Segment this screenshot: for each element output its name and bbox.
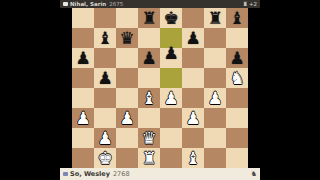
square-h2[interactable] <box>226 128 248 148</box>
piece-bB-h8: ♝ <box>226 8 248 28</box>
square-e5[interactable] <box>160 68 182 88</box>
square-a6[interactable]: ♟ <box>72 48 94 68</box>
piece-bK-e8: ♚ <box>160 8 182 28</box>
square-b1[interactable]: ♚ <box>94 148 116 168</box>
square-c4[interactable] <box>116 88 138 108</box>
piece-bQ-c7: ♛ <box>116 28 138 48</box>
square-a1[interactable] <box>72 148 94 168</box>
square-a8[interactable] <box>72 8 94 28</box>
piece-bP-b5: ♟ <box>94 68 116 88</box>
square-g2[interactable] <box>204 128 226 148</box>
square-f6[interactable] <box>182 48 204 68</box>
square-c3[interactable]: ♟ <box>116 108 138 128</box>
piece-bB-b7: ♝ <box>94 28 116 48</box>
square-a5[interactable] <box>72 68 94 88</box>
square-b5[interactable]: ♟ <box>94 68 116 88</box>
chess-board[interactable]: ♜♚♜♝♝♛♟♟♟♟♟♟♞♝♟♟♟♟♟♟♛♚♜♝ <box>72 8 248 168</box>
square-g6[interactable] <box>204 48 226 68</box>
square-g5[interactable] <box>204 68 226 88</box>
square-c5[interactable] <box>116 68 138 88</box>
letterbox-left <box>0 0 60 180</box>
square-e6[interactable]: ♟ <box>160 48 182 68</box>
square-h5[interactable]: ♞ <box>226 68 248 88</box>
square-h7[interactable] <box>226 28 248 48</box>
square-f7[interactable]: ♟ <box>182 28 204 48</box>
square-g4[interactable]: ♟ <box>204 88 226 108</box>
piece-wR-d1: ♜ <box>138 148 160 168</box>
square-b6[interactable] <box>94 48 116 68</box>
square-h6[interactable]: ♟ <box>226 48 248 68</box>
square-d5[interactable] <box>138 68 160 88</box>
square-e4[interactable]: ♟ <box>160 88 182 108</box>
video-content: Nihal, Sarin 2675 ♜ +2 ♜♚♜♝♝♛♟♟♟♟♟♟♞♝♟♟♟… <box>60 0 260 180</box>
player-bar-white: So, Wesley 2768 ♞ <box>60 168 260 180</box>
square-d4[interactable]: ♝ <box>138 88 160 108</box>
square-g1[interactable] <box>204 148 226 168</box>
square-h3[interactable] <box>226 108 248 128</box>
square-g7[interactable] <box>204 28 226 48</box>
square-c1[interactable] <box>116 148 138 168</box>
square-d8[interactable]: ♜ <box>138 8 160 28</box>
piece-wN-h5: ♞ <box>226 68 248 88</box>
piece-bP-a6: ♟ <box>72 48 94 68</box>
square-g8[interactable]: ♜ <box>204 8 226 28</box>
captured-rook-icon: ♜ <box>243 0 248 8</box>
square-d7[interactable] <box>138 28 160 48</box>
square-a3[interactable]: ♟ <box>72 108 94 128</box>
piece-wP-c3: ♟ <box>116 108 138 128</box>
square-e8[interactable]: ♚ <box>160 8 182 28</box>
piece-bP-d6: ♟ <box>138 48 160 68</box>
square-c7[interactable]: ♛ <box>116 28 138 48</box>
piece-wQ-d2: ♛ <box>138 128 160 148</box>
square-d3[interactable] <box>138 108 160 128</box>
player-name-black: Nihal, Sarin <box>70 0 106 8</box>
square-f2[interactable] <box>182 128 204 148</box>
square-b3[interactable] <box>94 108 116 128</box>
piece-wP-f3: ♟ <box>182 108 204 128</box>
captured-knight-icon: ♞ <box>251 168 257 180</box>
flag-icon <box>63 172 68 176</box>
square-b2[interactable]: ♟ <box>94 128 116 148</box>
player-bar-black: Nihal, Sarin 2675 ♜ +2 <box>60 0 260 8</box>
flag-icon <box>63 2 68 6</box>
square-e1[interactable] <box>160 148 182 168</box>
player-name-white: So, Wesley <box>70 168 110 180</box>
piece-wP-a3: ♟ <box>72 108 94 128</box>
square-c6[interactable] <box>116 48 138 68</box>
letterbox-right <box>260 0 320 180</box>
square-h1[interactable] <box>226 148 248 168</box>
square-a4[interactable] <box>72 88 94 108</box>
square-d1[interactable]: ♜ <box>138 148 160 168</box>
square-a2[interactable] <box>72 128 94 148</box>
square-d2[interactable]: ♛ <box>138 128 160 148</box>
square-f5[interactable] <box>182 68 204 88</box>
piece-bP-h6: ♟ <box>226 48 248 68</box>
square-c2[interactable] <box>116 128 138 148</box>
square-b8[interactable] <box>94 8 116 28</box>
square-e7[interactable] <box>160 28 182 48</box>
square-b7[interactable]: ♝ <box>94 28 116 48</box>
square-f8[interactable] <box>182 8 204 28</box>
square-f1[interactable]: ♝ <box>182 148 204 168</box>
piece-bP-f7: ♟ <box>182 28 204 48</box>
player-rating-white: 2768 <box>113 168 130 180</box>
broadcast-frame: Nihal, Sarin 2675 ♜ +2 ♜♚♜♝♝♛♟♟♟♟♟♟♞♝♟♟♟… <box>0 0 320 180</box>
piece-wB-f1: ♝ <box>182 148 204 168</box>
square-e2[interactable] <box>160 128 182 148</box>
square-h4[interactable] <box>226 88 248 108</box>
square-g3[interactable] <box>204 108 226 128</box>
piece-wP-g4: ♟ <box>204 88 226 108</box>
piece-wK-b1: ♚ <box>94 148 116 168</box>
square-e3[interactable] <box>160 108 182 128</box>
piece-bR-g8: ♜ <box>204 8 226 28</box>
square-h8[interactable]: ♝ <box>226 8 248 28</box>
player-rating-black: 2675 <box>109 0 123 8</box>
square-c8[interactable] <box>116 8 138 28</box>
square-d6[interactable]: ♟ <box>138 48 160 68</box>
square-f3[interactable]: ♟ <box>182 108 204 128</box>
piece-wB-d4: ♝ <box>138 88 160 108</box>
square-a7[interactable] <box>72 28 94 48</box>
material-score: +2 <box>249 0 257 8</box>
piece-bR-d8: ♜ <box>138 8 160 28</box>
square-b4[interactable] <box>94 88 116 108</box>
square-f4[interactable] <box>182 88 204 108</box>
piece-wP-e4: ♟ <box>160 88 182 108</box>
piece-wP-b2: ♟ <box>94 128 116 148</box>
